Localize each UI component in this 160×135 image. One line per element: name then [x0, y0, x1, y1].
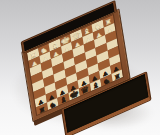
travel-chess-set-photo: ♜♞♝♚♛♝♞♜♟♟♟♟♟♟♟♟♟♟♟♟♟♟♟♟♜♞♝♚♛♝♞♜ [0, 0, 160, 135]
